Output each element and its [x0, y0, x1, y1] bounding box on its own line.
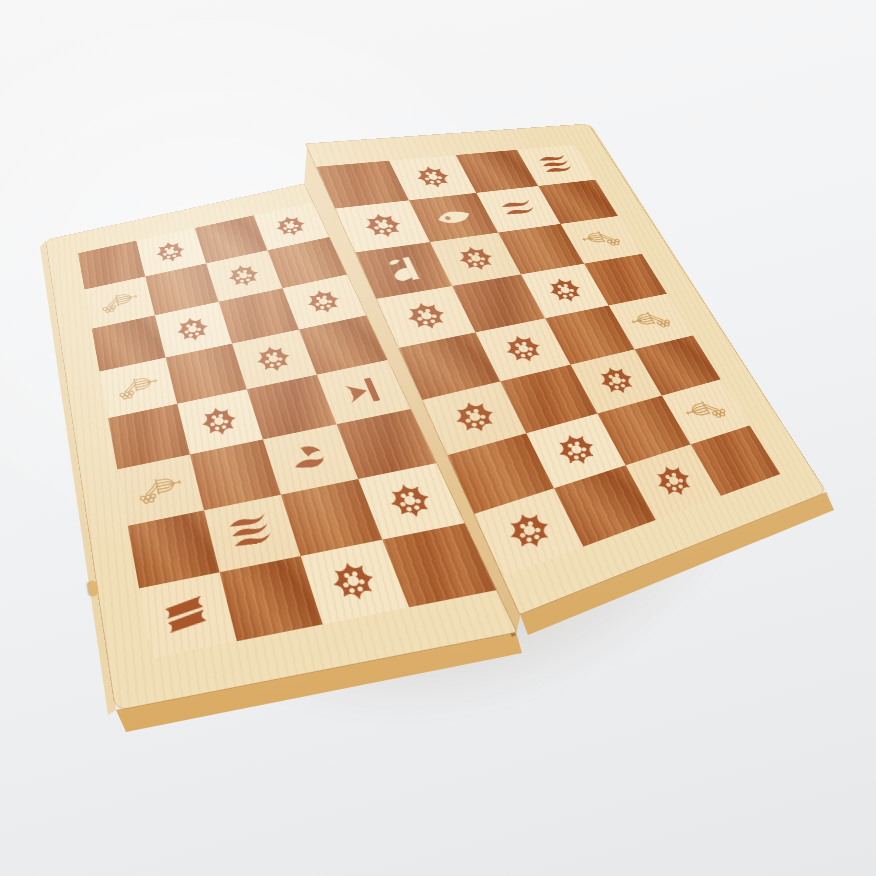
- rosette-inlay-icon: [649, 460, 699, 502]
- double-wave-inlay-icon: [497, 199, 540, 219]
- rosette-inlay-icon: [326, 558, 382, 605]
- cyrillic-b-inlay-icon: [380, 253, 429, 286]
- rosette-inlay-icon: [452, 244, 499, 274]
- rosette-inlay-icon: [224, 261, 263, 289]
- triple-wave-inlay-icon: [225, 511, 278, 555]
- olympic-emblem-icon: [625, 305, 677, 337]
- olympic-emblem-icon: [679, 392, 733, 429]
- dove-flame-inlay-icon: [285, 440, 335, 478]
- rosette-inlay-icon: [383, 479, 438, 522]
- rosette-inlay-icon: [401, 299, 452, 333]
- pennant-inlay-icon: [159, 592, 214, 637]
- cyrillic-k-inlay-icon: [339, 374, 387, 410]
- rosette-inlay-icon: [153, 239, 189, 266]
- olympic-emblem-icon: [97, 287, 142, 317]
- rosette-inlay-icon: [501, 507, 558, 555]
- rosette-inlay-icon: [551, 429, 603, 470]
- rosette-inlay-icon: [271, 213, 310, 239]
- olympic-emblem-icon: [576, 226, 626, 253]
- triple-wave-inlay-icon: [534, 153, 578, 176]
- olympic-emblem-icon: [132, 469, 187, 509]
- rosette-inlay-icon: [302, 286, 345, 316]
- rosette-inlay-icon: [173, 314, 212, 345]
- rosette-inlay-icon: [448, 397, 502, 438]
- bird-eye-inlay-icon: [431, 206, 477, 228]
- olympic-emblem-icon: [113, 370, 162, 404]
- rosette-inlay-icon: [499, 332, 548, 367]
- rosette-inlay-icon: [410, 164, 455, 189]
- rosette-inlay-icon: [359, 211, 408, 240]
- rosette-inlay-icon: [197, 403, 241, 439]
- rosette-inlay-icon: [252, 342, 296, 375]
- rosette-inlay-icon: [542, 275, 588, 305]
- rosette-inlay-icon: [593, 363, 641, 398]
